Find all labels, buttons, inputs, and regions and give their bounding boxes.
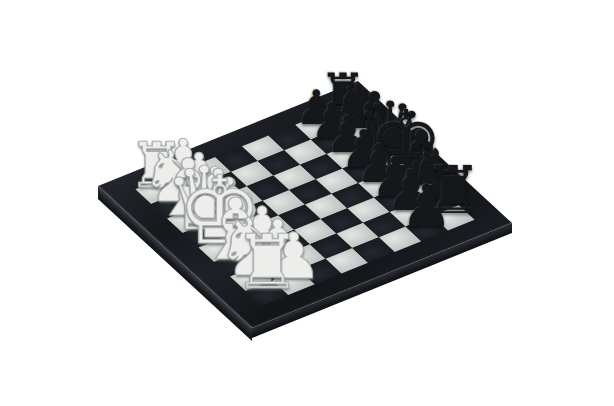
piece-black-pawn-h7[interactable]: ♟	[401, 176, 453, 234]
piece-white-rook-h1[interactable]: ♜	[233, 225, 300, 300]
marble-chess-set-photo: ♜♞♝♛♚♝♞♜♟♟♟♟♟♟♟♟♟♟♟♟♟♟♟♟♜♞♝♛♚♝♞♜	[0, 0, 614, 406]
